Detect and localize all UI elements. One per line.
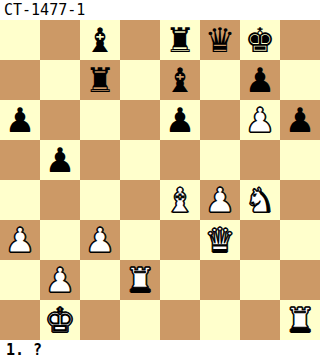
square-e8[interactable]: ♜ bbox=[160, 20, 200, 60]
square-e7[interactable]: ♝ bbox=[160, 60, 200, 100]
square-e1[interactable] bbox=[160, 300, 200, 340]
square-d4[interactable] bbox=[120, 180, 160, 220]
square-d2[interactable]: ♜ bbox=[120, 260, 160, 300]
square-f5[interactable] bbox=[200, 140, 240, 180]
square-h4[interactable] bbox=[280, 180, 320, 220]
square-a6[interactable]: ♟ bbox=[0, 100, 40, 140]
square-a4[interactable] bbox=[0, 180, 40, 220]
square-e2[interactable] bbox=[160, 260, 200, 300]
square-f2[interactable] bbox=[200, 260, 240, 300]
square-f6[interactable] bbox=[200, 100, 240, 140]
piece-white-pawn: ♟ bbox=[205, 180, 235, 220]
piece-white-rook: ♜ bbox=[285, 300, 315, 340]
square-d3[interactable] bbox=[120, 220, 160, 260]
square-b3[interactable] bbox=[40, 220, 80, 260]
square-h8[interactable] bbox=[280, 20, 320, 60]
square-a1[interactable] bbox=[0, 300, 40, 340]
piece-black-pawn: ♟ bbox=[245, 60, 275, 100]
square-a3[interactable]: ♟ bbox=[0, 220, 40, 260]
square-e4[interactable]: ♝ bbox=[160, 180, 200, 220]
square-f3[interactable]: ♛ bbox=[200, 220, 240, 260]
square-g3[interactable] bbox=[240, 220, 280, 260]
piece-white-queen: ♛ bbox=[205, 220, 235, 260]
square-h1[interactable]: ♜ bbox=[280, 300, 320, 340]
square-c5[interactable] bbox=[80, 140, 120, 180]
square-g2[interactable] bbox=[240, 260, 280, 300]
piece-black-rook: ♜ bbox=[85, 60, 115, 100]
square-b5[interactable]: ♟ bbox=[40, 140, 80, 180]
square-a5[interactable] bbox=[0, 140, 40, 180]
square-h2[interactable] bbox=[280, 260, 320, 300]
square-e6[interactable]: ♟ bbox=[160, 100, 200, 140]
square-a8[interactable] bbox=[0, 20, 40, 60]
square-h3[interactable] bbox=[280, 220, 320, 260]
square-d1[interactable] bbox=[120, 300, 160, 340]
square-c8[interactable]: ♝ bbox=[80, 20, 120, 60]
square-c1[interactable] bbox=[80, 300, 120, 340]
square-a2[interactable] bbox=[0, 260, 40, 300]
piece-black-rook: ♜ bbox=[165, 20, 195, 60]
piece-black-bishop: ♝ bbox=[165, 60, 195, 100]
move-prompt: 1. ? bbox=[0, 340, 320, 360]
square-d8[interactable] bbox=[120, 20, 160, 60]
piece-white-king: ♚ bbox=[45, 300, 75, 340]
square-d5[interactable] bbox=[120, 140, 160, 180]
square-g4[interactable]: ♞ bbox=[240, 180, 280, 220]
piece-white-pawn: ♟ bbox=[45, 260, 75, 300]
square-b2[interactable]: ♟ bbox=[40, 260, 80, 300]
piece-white-pawn: ♟ bbox=[245, 100, 275, 140]
piece-white-pawn: ♟ bbox=[5, 220, 35, 260]
square-c3[interactable]: ♟ bbox=[80, 220, 120, 260]
square-f4[interactable]: ♟ bbox=[200, 180, 240, 220]
square-g5[interactable] bbox=[240, 140, 280, 180]
square-h7[interactable] bbox=[280, 60, 320, 100]
piece-black-king: ♚ bbox=[245, 20, 275, 60]
square-d7[interactable] bbox=[120, 60, 160, 100]
square-f7[interactable] bbox=[200, 60, 240, 100]
square-d6[interactable] bbox=[120, 100, 160, 140]
piece-black-queen: ♛ bbox=[205, 20, 235, 60]
square-f8[interactable]: ♛ bbox=[200, 20, 240, 60]
square-c4[interactable] bbox=[80, 180, 120, 220]
piece-white-bishop: ♝ bbox=[165, 180, 195, 220]
square-b4[interactable] bbox=[40, 180, 80, 220]
square-c7[interactable]: ♜ bbox=[80, 60, 120, 100]
square-g8[interactable]: ♚ bbox=[240, 20, 280, 60]
square-f1[interactable] bbox=[200, 300, 240, 340]
square-b8[interactable] bbox=[40, 20, 80, 60]
square-e5[interactable] bbox=[160, 140, 200, 180]
piece-white-rook: ♜ bbox=[125, 260, 155, 300]
piece-white-knight: ♞ bbox=[245, 180, 275, 220]
piece-black-pawn: ♟ bbox=[285, 100, 315, 140]
square-h5[interactable] bbox=[280, 140, 320, 180]
piece-black-pawn: ♟ bbox=[165, 100, 195, 140]
square-b1[interactable]: ♚ bbox=[40, 300, 80, 340]
square-h6[interactable]: ♟ bbox=[280, 100, 320, 140]
square-g1[interactable] bbox=[240, 300, 280, 340]
square-c2[interactable] bbox=[80, 260, 120, 300]
square-g6[interactable]: ♟ bbox=[240, 100, 280, 140]
piece-black-bishop: ♝ bbox=[85, 20, 115, 60]
piece-black-pawn: ♟ bbox=[5, 100, 35, 140]
square-b6[interactable] bbox=[40, 100, 80, 140]
square-c6[interactable] bbox=[80, 100, 120, 140]
square-b7[interactable] bbox=[40, 60, 80, 100]
square-a7[interactable] bbox=[0, 60, 40, 100]
puzzle-title: CT-1477-1 bbox=[0, 0, 320, 20]
chess-board: ♝♜♛♚♜♝♟♟♟♟♟♟♝♟♞♟♟♛♟♜♚♜ bbox=[0, 20, 320, 340]
square-g7[interactable]: ♟ bbox=[240, 60, 280, 100]
square-e3[interactable] bbox=[160, 220, 200, 260]
piece-black-pawn: ♟ bbox=[45, 140, 75, 180]
piece-white-pawn: ♟ bbox=[85, 220, 115, 260]
